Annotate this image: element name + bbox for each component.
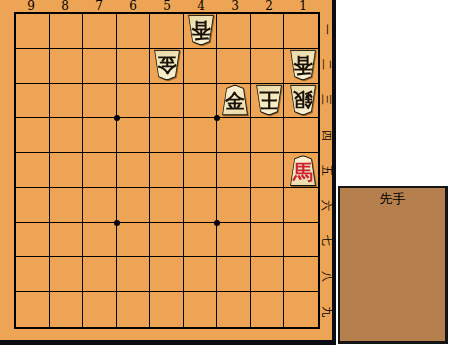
square-3-7[interactable]	[217, 223, 251, 258]
square-8-1[interactable]	[50, 14, 84, 49]
file-label-3: 3	[218, 0, 252, 12]
square-2-2[interactable]	[251, 49, 285, 84]
piece-kanji: 王	[259, 86, 279, 113]
square-9-9[interactable]	[16, 292, 50, 327]
piece-face: 王	[256, 86, 282, 115]
square-7-2[interactable]	[83, 49, 117, 84]
hoshi-dot	[214, 220, 220, 226]
file-labels: 987654321	[14, 0, 320, 12]
square-7-7[interactable]	[83, 223, 117, 258]
square-3-8[interactable]	[217, 257, 251, 292]
shogi-board: 987654321 一二三四五六七八九 香金香金王銀馬	[0, 0, 336, 345]
square-1-6[interactable]	[284, 188, 318, 223]
square-5-4[interactable]	[150, 118, 184, 153]
piece-face: 銀	[290, 86, 316, 115]
square-4-3[interactable]	[184, 84, 218, 119]
square-3-2[interactable]	[217, 49, 251, 84]
hoshi-dot	[114, 220, 120, 226]
hoshi-dot	[114, 115, 120, 121]
square-7-3[interactable]	[83, 84, 117, 119]
piece-kanji: 香	[293, 50, 313, 77]
file-label-8: 8	[48, 0, 82, 12]
square-8-2[interactable]	[50, 49, 84, 84]
square-3-6[interactable]	[217, 188, 251, 223]
sente-hand-tray: 先手	[338, 186, 448, 344]
square-9-7[interactable]	[16, 223, 50, 258]
square-7-9[interactable]	[83, 292, 117, 327]
piece-body: 金	[153, 49, 181, 80]
piece-body: 香	[289, 49, 317, 80]
file-label-7: 7	[82, 0, 116, 12]
square-9-2[interactable]	[16, 49, 50, 84]
square-2-6[interactable]	[251, 188, 285, 223]
square-7-4[interactable]	[83, 118, 117, 153]
piece-kanji: 金	[225, 88, 245, 115]
square-6-4[interactable]	[117, 118, 151, 153]
square-8-4[interactable]	[50, 118, 84, 153]
square-4-8[interactable]	[184, 257, 218, 292]
square-6-7[interactable]	[117, 223, 151, 258]
sente-hand-label: 先手	[340, 191, 445, 207]
square-6-1[interactable]	[117, 14, 151, 49]
piece-face: 金	[154, 50, 180, 79]
square-2-8[interactable]	[251, 257, 285, 292]
square-5-1[interactable]	[150, 14, 184, 49]
file-label-5: 5	[150, 0, 184, 12]
piece-silver-13[interactable]: 銀	[289, 85, 317, 116]
piece-body: 香	[187, 14, 215, 45]
piece-face: 香	[290, 50, 316, 79]
square-5-7[interactable]	[150, 223, 184, 258]
square-2-5[interactable]	[251, 153, 285, 188]
square-7-6[interactable]	[83, 188, 117, 223]
square-3-5[interactable]	[217, 153, 251, 188]
square-6-9[interactable]	[117, 292, 151, 327]
square-4-2[interactable]	[184, 49, 218, 84]
square-8-9[interactable]	[50, 292, 84, 327]
piece-body: 王	[255, 85, 283, 116]
square-2-7[interactable]	[251, 223, 285, 258]
square-6-5[interactable]	[117, 153, 151, 188]
square-4-7[interactable]	[184, 223, 218, 258]
square-8-7[interactable]	[50, 223, 84, 258]
square-5-9[interactable]	[150, 292, 184, 327]
piece-lance-12[interactable]: 香	[289, 49, 317, 80]
file-label-6: 6	[116, 0, 150, 12]
square-4-4[interactable]	[184, 118, 218, 153]
square-9-5[interactable]	[16, 153, 50, 188]
square-2-9[interactable]	[251, 292, 285, 327]
square-8-6[interactable]	[50, 188, 84, 223]
square-3-1[interactable]	[217, 14, 251, 49]
square-7-5[interactable]	[83, 153, 117, 188]
square-6-3[interactable]	[117, 84, 151, 119]
square-9-3[interactable]	[16, 84, 50, 119]
piece-promoted-bishop-15[interactable]: 馬	[289, 155, 317, 186]
file-label-2: 2	[252, 0, 286, 12]
piece-kanji: 香	[191, 15, 211, 42]
square-1-4[interactable]	[284, 118, 318, 153]
square-9-4[interactable]	[16, 118, 50, 153]
square-5-6[interactable]	[150, 188, 184, 223]
square-9-1[interactable]	[16, 14, 50, 49]
square-4-5[interactable]	[184, 153, 218, 188]
square-5-5[interactable]	[150, 153, 184, 188]
square-5-8[interactable]	[150, 257, 184, 292]
piece-face: 金	[222, 86, 248, 115]
square-7-8[interactable]	[83, 257, 117, 292]
piece-king-23[interactable]: 王	[255, 85, 283, 116]
piece-gold-52[interactable]: 金	[153, 49, 181, 80]
square-8-5[interactable]	[50, 153, 84, 188]
square-1-8[interactable]	[284, 257, 318, 292]
square-3-4[interactable]	[217, 118, 251, 153]
square-8-8[interactable]	[50, 257, 84, 292]
square-7-1[interactable]	[83, 14, 117, 49]
file-label-1: 1	[286, 0, 320, 12]
piece-face: 馬	[290, 156, 316, 185]
square-1-1[interactable]	[284, 14, 318, 49]
file-label-9: 9	[14, 0, 48, 12]
piece-body: 馬	[289, 155, 317, 186]
piece-kanji: 馬	[293, 158, 313, 185]
square-3-9[interactable]	[217, 292, 251, 327]
square-2-1[interactable]	[251, 14, 285, 49]
square-4-6[interactable]	[184, 188, 218, 223]
piece-kanji: 銀	[293, 86, 313, 113]
piece-body: 銀	[289, 85, 317, 116]
square-6-6[interactable]	[117, 188, 151, 223]
piece-body: 金	[221, 85, 249, 116]
square-6-2[interactable]	[117, 49, 151, 84]
square-6-8[interactable]	[117, 257, 151, 292]
square-1-7[interactable]	[284, 223, 318, 258]
rank-labels: 一二三四五六七八九	[319, 12, 334, 329]
file-label-4: 4	[184, 0, 218, 12]
hoshi-dot	[214, 115, 220, 121]
square-9-6[interactable]	[16, 188, 50, 223]
square-1-9[interactable]	[284, 292, 318, 327]
piece-gold-33[interactable]: 金	[221, 85, 249, 116]
piece-face: 香	[188, 15, 214, 44]
square-9-8[interactable]	[16, 257, 50, 292]
square-4-9[interactable]	[184, 292, 218, 327]
piece-lance-41[interactable]: 香	[187, 14, 215, 45]
piece-kanji: 金	[157, 50, 177, 77]
square-5-3[interactable]	[150, 84, 184, 119]
square-2-4[interactable]	[251, 118, 285, 153]
square-8-3[interactable]	[50, 84, 84, 119]
